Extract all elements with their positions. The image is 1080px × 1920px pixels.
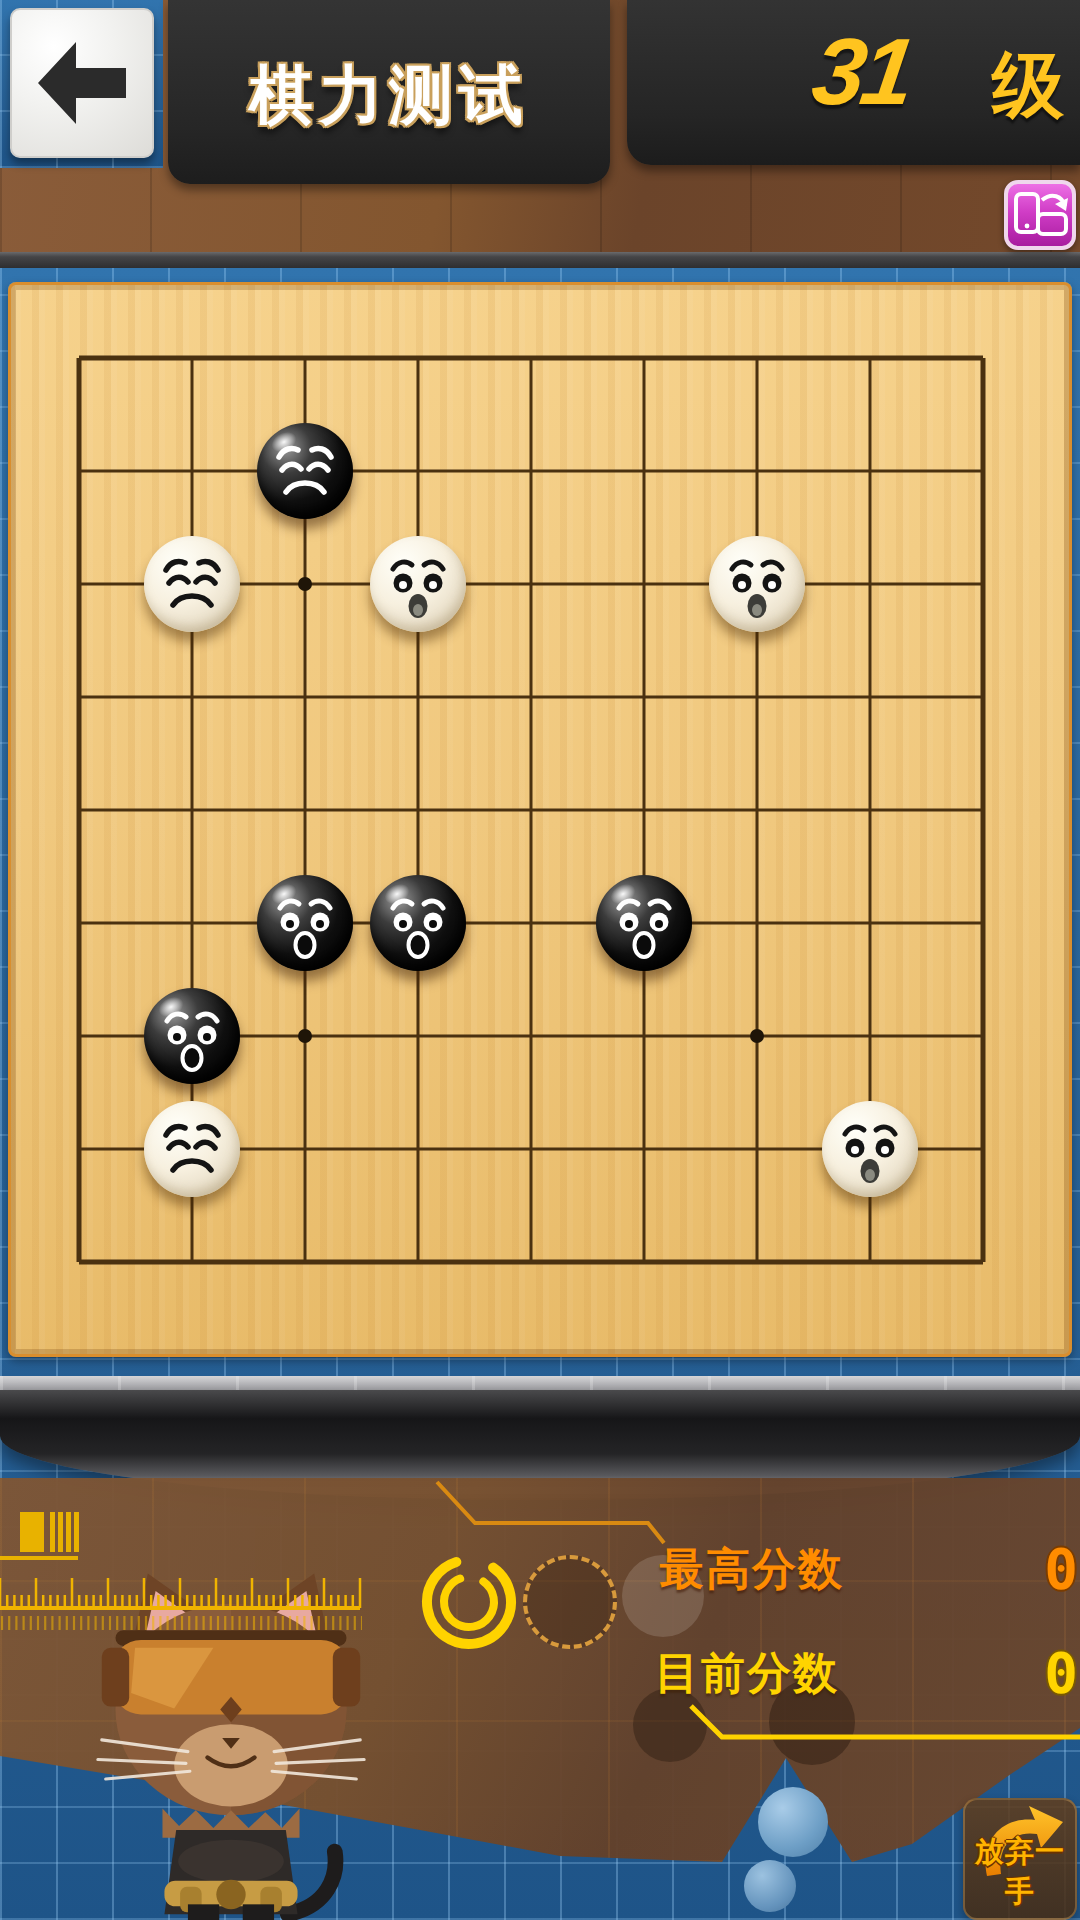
current-score-value: 0 — [988, 1640, 1078, 1705]
stone-black-surprised[interactable] — [596, 875, 692, 971]
header-bar: 棋力测试 31 级 — [0, 0, 1080, 268]
stone-white-surprised[interactable] — [709, 536, 805, 632]
best-score-value: 0 — [988, 1536, 1078, 1601]
rotate-device-button[interactable] — [1004, 180, 1076, 250]
back-button[interactable] — [10, 8, 154, 158]
best-score-label: 最高分数 — [660, 1540, 844, 1599]
stone-white-sad[interactable] — [144, 1101, 240, 1197]
stone-white-surprised[interactable] — [370, 536, 466, 632]
level-badge: 31 级 — [627, 0, 1080, 165]
stone-black-surprised[interactable] — [144, 988, 240, 1084]
pass-move-button[interactable]: 放弃一手 — [963, 1798, 1077, 1920]
level-unit: 级 — [992, 38, 1064, 134]
progress-ring-icon — [417, 1552, 521, 1656]
page-title: 棋力测试 — [168, 52, 610, 139]
dashed-circle-slot — [523, 1555, 617, 1649]
measure-ruler-icon — [0, 1550, 362, 1636]
current-score-label: 目前分数 — [655, 1644, 839, 1703]
stone-white-sad[interactable] — [144, 536, 240, 632]
back-arrow-icon — [30, 36, 134, 130]
stone-black-surprised[interactable] — [257, 875, 353, 971]
game-screen: 棋力测试 31 级 — [0, 0, 1080, 1920]
stone-black-sad[interactable] — [257, 423, 353, 519]
header-divider-stripe — [0, 252, 1080, 268]
decor-circle-blue — [758, 1787, 828, 1857]
pass-button-label: 放弃一手 — [965, 1832, 1075, 1912]
title-panel: 棋力测试 — [168, 0, 610, 184]
stones-layer — [8, 282, 1072, 1357]
go-board[interactable] — [8, 282, 1072, 1357]
level-value: 31 — [749, 18, 974, 126]
decor-circle-blue — [744, 1860, 796, 1912]
stone-white-surprised[interactable] — [822, 1101, 918, 1197]
stone-black-surprised[interactable] — [370, 875, 466, 971]
rotate-device-icon — [1008, 184, 1072, 246]
